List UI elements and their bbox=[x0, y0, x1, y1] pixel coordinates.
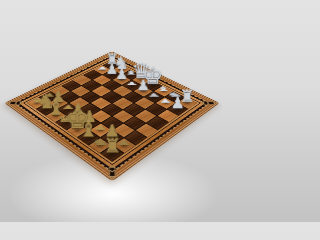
corner-diamond-motif bbox=[202, 102, 216, 105]
corner-diamond-motif bbox=[109, 166, 115, 177]
corner-diamond-motif bbox=[8, 102, 22, 105]
studio-photo: { "game": "chess", "scene": { "descripti… bbox=[0, 0, 222, 222]
piece-glyph: ♟ bbox=[171, 96, 185, 111]
chess-board: ♜♞♝♛♚♝♞♜♟♟♟♟♟♟♟♟♟♟♟♟♟♟♟♟♜♞♝♛♚♝♞♜ bbox=[5, 51, 220, 181]
piece-glyph: ♝ bbox=[78, 117, 98, 139]
corner-diamond-motif bbox=[110, 53, 114, 58]
piece-glyph: ♜ bbox=[103, 136, 121, 156]
piece-glyph: ♝ bbox=[47, 97, 66, 118]
chess-scene: ♜♞♝♛♚♝♞♜♟♟♟♟♟♟♟♟♟♟♟♟♟♟♟♟♜♞♝♛♚♝♞♜ bbox=[0, 0, 222, 222]
